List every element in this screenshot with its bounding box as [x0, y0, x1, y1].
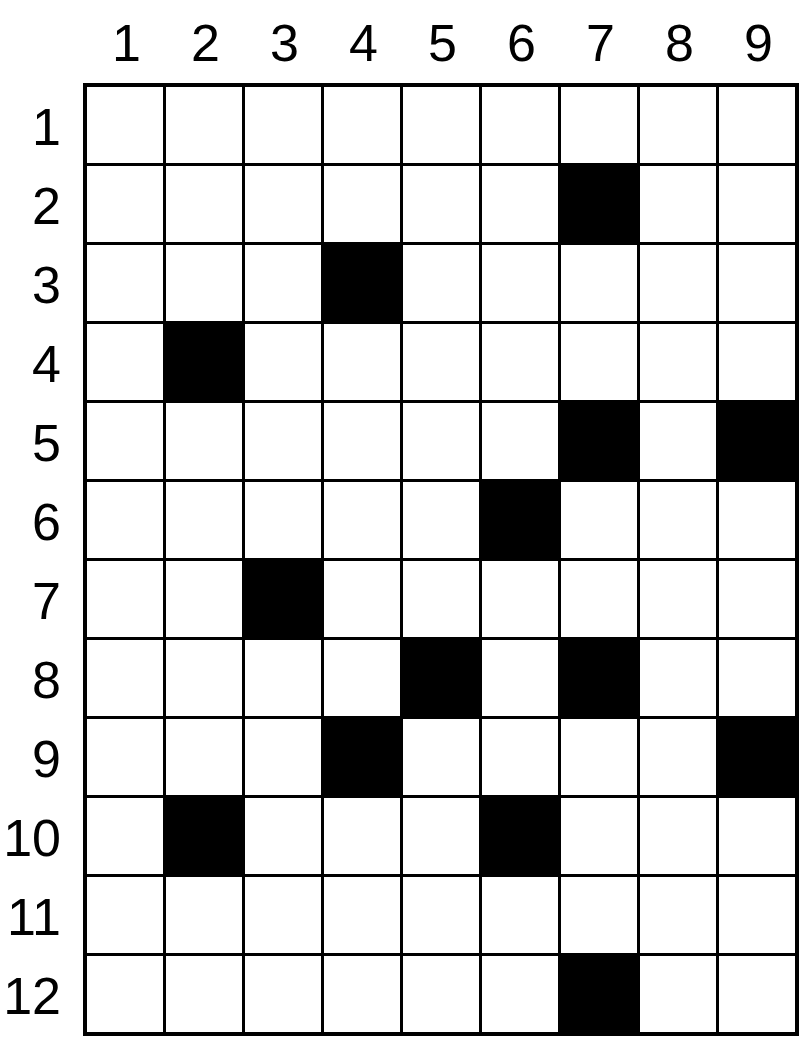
cell-r9-c1[interactable] — [87, 719, 163, 795]
cell-r6-c7[interactable] — [561, 482, 637, 558]
row-label-2: 2 — [0, 166, 83, 245]
row-label-7: 7 — [0, 561, 83, 640]
cell-r3-c7[interactable] — [561, 245, 637, 321]
cell-r2-c6[interactable] — [482, 166, 558, 242]
cell-r11-c3[interactable] — [245, 877, 321, 953]
cell-r1-c2[interactable] — [166, 87, 242, 163]
row-label-5: 5 — [0, 403, 83, 482]
cell-r9-c6[interactable] — [482, 719, 558, 795]
black-cell-r3-c4 — [324, 245, 400, 321]
row-label-11: 11 — [0, 877, 83, 956]
black-cell-r10-c2 — [166, 798, 242, 874]
cell-r3-c9[interactable] — [719, 245, 795, 321]
cell-r1-c7[interactable] — [561, 87, 637, 163]
cell-r2-c4[interactable] — [324, 166, 400, 242]
cell-r11-c4[interactable] — [324, 877, 400, 953]
column-label-3: 3 — [245, 0, 324, 69]
cell-r12-c6[interactable] — [482, 956, 558, 1032]
cell-r2-c5[interactable] — [403, 166, 479, 242]
cell-r9-c7[interactable] — [561, 719, 637, 795]
cell-r7-c6[interactable] — [482, 561, 558, 637]
cell-r4-c5[interactable] — [403, 324, 479, 400]
black-cell-r5-c7 — [561, 403, 637, 479]
cell-r7-c9[interactable] — [719, 561, 795, 637]
cell-r6-c3[interactable] — [245, 482, 321, 558]
cell-r11-c7[interactable] — [561, 877, 637, 953]
cell-r9-c8[interactable] — [640, 719, 716, 795]
row-label-4: 4 — [0, 324, 83, 403]
cell-r5-c2[interactable] — [166, 403, 242, 479]
cell-r12-c5[interactable] — [403, 956, 479, 1032]
row-label-8: 8 — [0, 640, 83, 719]
cell-r11-c5[interactable] — [403, 877, 479, 953]
cell-r2-c8[interactable] — [640, 166, 716, 242]
column-labels: 123456789 — [87, 0, 800, 83]
cell-r6-c5[interactable] — [403, 482, 479, 558]
column-label-5: 5 — [403, 0, 482, 69]
cell-r5-c6[interactable] — [482, 403, 558, 479]
black-cell-r4-c2 — [166, 324, 242, 400]
cell-r10-c1[interactable] — [87, 798, 163, 874]
cell-r5-c1[interactable] — [87, 403, 163, 479]
column-label-9: 9 — [719, 0, 798, 69]
cell-r1-c8[interactable] — [640, 87, 716, 163]
cell-r12-c4[interactable] — [324, 956, 400, 1032]
cell-r8-c6[interactable] — [482, 640, 558, 716]
cell-r1-c4[interactable] — [324, 87, 400, 163]
cell-r11-c6[interactable] — [482, 877, 558, 953]
row-label-9: 9 — [0, 719, 83, 798]
cell-r6-c4[interactable] — [324, 482, 400, 558]
cell-r4-c3[interactable] — [245, 324, 321, 400]
cell-r3-c3[interactable] — [245, 245, 321, 321]
row-label-10: 10 — [0, 798, 83, 877]
cell-r10-c4[interactable] — [324, 798, 400, 874]
black-cell-r9-c9 — [719, 719, 795, 795]
black-cell-r8-c7 — [561, 640, 637, 716]
black-cell-r8-c5 — [403, 640, 479, 716]
cell-r3-c2[interactable] — [166, 245, 242, 321]
row-label-1: 1 — [0, 87, 83, 166]
cell-r6-c9[interactable] — [719, 482, 795, 558]
cell-r11-c2[interactable] — [166, 877, 242, 953]
puzzle-page: 123456789 123456789101112 — [0, 0, 800, 1038]
cell-r4-c8[interactable] — [640, 324, 716, 400]
row-labels: 123456789101112 — [0, 83, 83, 1035]
cell-r4-c4[interactable] — [324, 324, 400, 400]
cell-r8-c8[interactable] — [640, 640, 716, 716]
black-cell-r12-c7 — [561, 956, 637, 1032]
cell-r12-c8[interactable] — [640, 956, 716, 1032]
cell-r9-c3[interactable] — [245, 719, 321, 795]
cell-r8-c1[interactable] — [87, 640, 163, 716]
column-label-2: 2 — [166, 0, 245, 69]
cell-r10-c8[interactable] — [640, 798, 716, 874]
cell-r3-c5[interactable] — [403, 245, 479, 321]
cell-r1-c9[interactable] — [719, 87, 795, 163]
cell-r6-c8[interactable] — [640, 482, 716, 558]
black-cell-r9-c4 — [324, 719, 400, 795]
cell-r4-c7[interactable] — [561, 324, 637, 400]
cell-r5-c8[interactable] — [640, 403, 716, 479]
cell-r7-c4[interactable] — [324, 561, 400, 637]
cell-r7-c1[interactable] — [87, 561, 163, 637]
black-cell-r5-c9 — [719, 403, 795, 479]
row-label-12: 12 — [0, 956, 83, 1035]
column-label-7: 7 — [561, 0, 640, 69]
cell-r11-c9[interactable] — [719, 877, 795, 953]
cell-r1-c6[interactable] — [482, 87, 558, 163]
cell-r12-c1[interactable] — [87, 956, 163, 1032]
cell-r8-c3[interactable] — [245, 640, 321, 716]
cell-r12-c2[interactable] — [166, 956, 242, 1032]
cell-r3-c8[interactable] — [640, 245, 716, 321]
column-label-8: 8 — [640, 0, 719, 69]
column-label-6: 6 — [482, 0, 561, 69]
cell-r5-c3[interactable] — [245, 403, 321, 479]
cell-r9-c2[interactable] — [166, 719, 242, 795]
cell-r4-c6[interactable] — [482, 324, 558, 400]
cell-r2-c9[interactable] — [719, 166, 795, 242]
cell-r10-c7[interactable] — [561, 798, 637, 874]
cell-r1-c3[interactable] — [245, 87, 321, 163]
cell-r2-c2[interactable] — [166, 166, 242, 242]
cell-r1-c5[interactable] — [403, 87, 479, 163]
cell-r11-c8[interactable] — [640, 877, 716, 953]
cell-r5-c4[interactable] — [324, 403, 400, 479]
board — [83, 83, 799, 1036]
cell-r10-c3[interactable] — [245, 798, 321, 874]
column-label-4: 4 — [324, 0, 403, 69]
cell-r10-c9[interactable] — [719, 798, 795, 874]
board-area: 123456789101112 — [0, 83, 800, 1036]
cell-r1-c1[interactable] — [87, 87, 163, 163]
black-cell-r7-c3 — [245, 561, 321, 637]
cell-r7-c7[interactable] — [561, 561, 637, 637]
cell-r5-c5[interactable] — [403, 403, 479, 479]
cell-r11-c1[interactable] — [87, 877, 163, 953]
cell-r7-c5[interactable] — [403, 561, 479, 637]
cell-r3-c1[interactable] — [87, 245, 163, 321]
cell-r9-c5[interactable] — [403, 719, 479, 795]
black-cell-r6-c6 — [482, 482, 558, 558]
cell-r3-c6[interactable] — [482, 245, 558, 321]
cell-r8-c2[interactable] — [166, 640, 242, 716]
row-label-6: 6 — [0, 482, 83, 561]
cell-r12-c9[interactable] — [719, 956, 795, 1032]
cell-r7-c2[interactable] — [166, 561, 242, 637]
cell-r4-c9[interactable] — [719, 324, 795, 400]
cell-r8-c4[interactable] — [324, 640, 400, 716]
black-cell-r2-c7 — [561, 166, 637, 242]
cell-r12-c3[interactable] — [245, 956, 321, 1032]
cell-r7-c8[interactable] — [640, 561, 716, 637]
black-cell-r10-c6 — [482, 798, 558, 874]
cell-r2-c1[interactable] — [87, 166, 163, 242]
cell-r10-c5[interactable] — [403, 798, 479, 874]
row-label-3: 3 — [0, 245, 83, 324]
cell-r2-c3[interactable] — [245, 166, 321, 242]
cell-r6-c2[interactable] — [166, 482, 242, 558]
cell-r6-c1[interactable] — [87, 482, 163, 558]
cell-r8-c9[interactable] — [719, 640, 795, 716]
cell-r4-c1[interactable] — [87, 324, 163, 400]
column-label-1: 1 — [87, 0, 166, 69]
